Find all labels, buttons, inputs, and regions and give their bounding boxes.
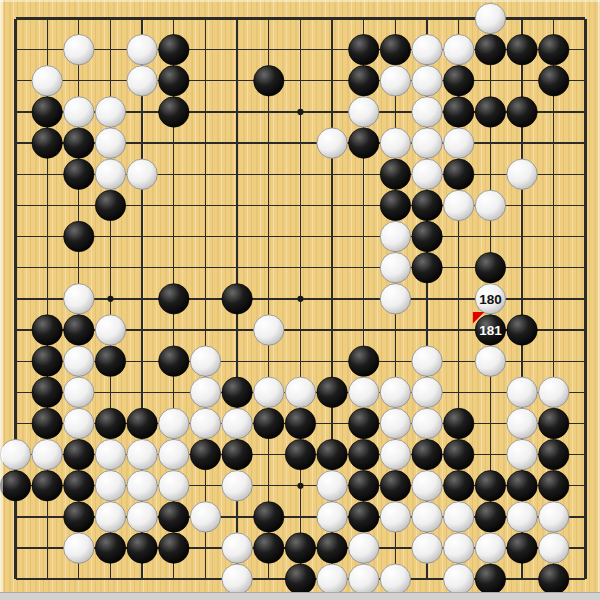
white-stone-7-12	[190, 346, 220, 376]
white-stone-14-13	[412, 377, 442, 407]
black-stone-17-11	[507, 315, 537, 345]
white-stone-17-15	[507, 439, 537, 469]
window-edge-top	[0, 0, 600, 2]
white-stone-16-7	[475, 190, 505, 220]
white-stone-17-14	[507, 408, 537, 438]
white-stone-14-6	[412, 159, 442, 189]
white-stone-4-15	[95, 439, 125, 469]
black-stone-9-17	[254, 502, 284, 532]
white-stone-7-17	[190, 502, 220, 532]
white-stone-4-6	[95, 159, 125, 189]
black-stone-12-16	[349, 471, 379, 501]
black-stone-6-3	[159, 66, 189, 96]
white-stone-17-6	[507, 159, 537, 189]
white-stone-5-15	[127, 439, 157, 469]
black-stone-16-4	[475, 97, 505, 127]
black-stone-16-17	[475, 502, 505, 532]
white-stone-6-15	[159, 439, 189, 469]
white-stone-4-16	[95, 471, 125, 501]
black-stone-15-6	[444, 159, 474, 189]
black-stone-8-15	[222, 439, 252, 469]
black-stone-11-15	[317, 439, 347, 469]
black-stone-11-13	[317, 377, 347, 407]
black-stone-18-3	[539, 66, 569, 96]
white-stone-15-5	[444, 128, 474, 158]
black-stone-16-16	[475, 471, 505, 501]
black-stone-12-15	[349, 439, 379, 469]
black-stone-9-3	[254, 66, 284, 96]
black-stone-2-4	[32, 97, 62, 127]
black-stone-17-2	[507, 34, 537, 64]
white-stone-13-19	[380, 564, 410, 594]
black-stone-2-14	[32, 408, 62, 438]
black-stone-15-16	[444, 471, 474, 501]
move-number-label-180: 180	[479, 292, 502, 307]
black-stone-6-4	[159, 97, 189, 127]
white-stone-14-12	[412, 346, 442, 376]
black-stone-17-18	[507, 533, 537, 563]
black-stone-12-14	[349, 408, 379, 438]
black-stone-18-14	[539, 408, 569, 438]
white-stone-5-6	[127, 159, 157, 189]
black-stone-3-8	[64, 221, 94, 251]
white-stone-11-19	[317, 564, 347, 594]
go-board[interactable]: 180181	[0, 0, 600, 600]
white-stone-9-13	[254, 377, 284, 407]
black-stone-4-18	[95, 533, 125, 563]
white-stone-13-5	[380, 128, 410, 158]
black-stone-4-7	[95, 190, 125, 220]
black-stone-18-2	[539, 34, 569, 64]
black-stone-6-17	[159, 502, 189, 532]
black-stone-15-4	[444, 97, 474, 127]
black-stone-13-6	[380, 159, 410, 189]
black-stone-18-16	[539, 471, 569, 501]
white-stone-3-18	[64, 533, 94, 563]
black-stone-15-15	[444, 439, 474, 469]
black-stone-2-11	[32, 315, 62, 345]
star-point	[297, 296, 303, 302]
black-stone-3-16	[64, 471, 94, 501]
black-stone-8-10	[222, 284, 252, 314]
black-stone-5-14	[127, 408, 157, 438]
black-stone-14-7	[412, 190, 442, 220]
white-stone-2-15	[32, 439, 62, 469]
black-stone-12-5	[349, 128, 379, 158]
white-stone-18-17	[539, 502, 569, 532]
black-stone-3-17	[64, 502, 94, 532]
black-stone-10-18	[285, 533, 315, 563]
white-stone-14-18	[412, 533, 442, 563]
black-stone-2-16	[32, 471, 62, 501]
white-stone-3-10	[64, 284, 94, 314]
black-stone-6-10	[159, 284, 189, 314]
star-point	[297, 109, 303, 115]
white-stone-13-13	[380, 377, 410, 407]
black-stone-16-9	[475, 253, 505, 283]
white-stone-7-13	[190, 377, 220, 407]
black-stone-17-4	[507, 97, 537, 127]
white-stone-14-2	[412, 34, 442, 64]
white-stone-3-2	[64, 34, 94, 64]
star-point	[107, 296, 113, 302]
black-stone-10-19	[285, 564, 315, 594]
white-stone-13-10	[380, 284, 410, 314]
black-stone-12-2	[349, 34, 379, 64]
black-stone-12-12	[349, 346, 379, 376]
white-stone-12-13	[349, 377, 379, 407]
black-stone-18-19	[539, 564, 569, 594]
black-stone-14-15	[412, 439, 442, 469]
white-stone-14-17	[412, 502, 442, 532]
black-stone-11-18	[317, 533, 347, 563]
black-stone-4-14	[95, 408, 125, 438]
white-stone-11-17	[317, 502, 347, 532]
black-stone-14-9	[412, 253, 442, 283]
white-stone-5-2	[127, 34, 157, 64]
black-stone-15-3	[444, 66, 474, 96]
black-stone-9-14	[254, 408, 284, 438]
black-stone-10-15	[285, 439, 315, 469]
white-stone-5-16	[127, 471, 157, 501]
white-stone-3-13	[64, 377, 94, 407]
white-stone-14-14	[412, 408, 442, 438]
white-stone-17-13	[507, 377, 537, 407]
white-stone-13-17	[380, 502, 410, 532]
white-stone-14-3	[412, 66, 442, 96]
go-board-canvas[interactable]: 180181	[0, 0, 600, 600]
white-stone-11-16	[317, 471, 347, 501]
white-stone-11-5	[317, 128, 347, 158]
white-stone-4-11	[95, 315, 125, 345]
white-stone-6-14	[159, 408, 189, 438]
white-stone-4-4	[95, 97, 125, 127]
window-bottom-bar	[0, 592, 600, 600]
white-stone-3-4	[64, 97, 94, 127]
black-stone-6-18	[159, 533, 189, 563]
black-stone-8-13	[222, 377, 252, 407]
black-stone-16-19	[475, 564, 505, 594]
white-stone-8-18	[222, 533, 252, 563]
white-stone-4-5	[95, 128, 125, 158]
white-stone-5-3	[127, 66, 157, 96]
black-stone-13-2	[380, 34, 410, 64]
black-stone-9-18	[254, 533, 284, 563]
black-stone-16-2	[475, 34, 505, 64]
white-stone-15-18	[444, 533, 474, 563]
window-edge-left	[0, 0, 3, 600]
black-stone-18-15	[539, 439, 569, 469]
move-number-label-181: 181	[479, 323, 502, 338]
white-stone-13-14	[380, 408, 410, 438]
black-stone-3-11	[64, 315, 94, 345]
white-stone-3-14	[64, 408, 94, 438]
white-stone-15-7	[444, 190, 474, 220]
go-app-window: 180181	[0, 0, 600, 600]
white-stone-13-9	[380, 253, 410, 283]
black-stone-3-6	[64, 159, 94, 189]
black-stone-13-7	[380, 190, 410, 220]
black-stone-5-18	[127, 533, 157, 563]
white-stone-7-14	[190, 408, 220, 438]
black-stone-3-15	[64, 439, 94, 469]
black-stone-1-16	[0, 471, 30, 501]
white-stone-14-4	[412, 97, 442, 127]
white-stone-15-17	[444, 502, 474, 532]
white-stone-6-16	[159, 471, 189, 501]
black-stone-14-8	[412, 221, 442, 251]
white-stone-18-18	[539, 533, 569, 563]
black-stone-2-5	[32, 128, 62, 158]
white-stone-15-19	[444, 564, 474, 594]
white-stone-12-4	[349, 97, 379, 127]
white-stone-2-3	[32, 66, 62, 96]
white-stone-5-17	[127, 502, 157, 532]
white-stone-8-14	[222, 408, 252, 438]
black-stone-17-16	[507, 471, 537, 501]
black-stone-10-14	[285, 408, 315, 438]
white-stone-16-12	[475, 346, 505, 376]
black-stone-4-12	[95, 346, 125, 376]
white-stone-9-11	[254, 315, 284, 345]
white-stone-14-16	[412, 471, 442, 501]
white-stone-13-3	[380, 66, 410, 96]
black-stone-7-15	[190, 439, 220, 469]
white-stone-14-5	[412, 128, 442, 158]
black-stone-12-17	[349, 502, 379, 532]
black-stone-13-16	[380, 471, 410, 501]
white-stone-13-8	[380, 221, 410, 251]
white-stone-8-19	[222, 564, 252, 594]
black-stone-12-3	[349, 66, 379, 96]
star-point	[297, 483, 303, 489]
black-stone-2-13	[32, 377, 62, 407]
white-stone-10-13	[285, 377, 315, 407]
white-stone-12-18	[349, 533, 379, 563]
black-stone-15-14	[444, 408, 474, 438]
white-stone-8-16	[222, 471, 252, 501]
white-stone-16-1	[475, 3, 505, 33]
white-stone-12-19	[349, 564, 379, 594]
white-stone-3-12	[64, 346, 94, 376]
white-stone-4-17	[95, 502, 125, 532]
black-stone-3-5	[64, 128, 94, 158]
white-stone-18-13	[539, 377, 569, 407]
white-stone-13-15	[380, 439, 410, 469]
white-stone-1-15	[0, 439, 30, 469]
white-stone-16-18	[475, 533, 505, 563]
white-stone-17-17	[507, 502, 537, 532]
white-stone-15-2	[444, 34, 474, 64]
black-stone-6-2	[159, 34, 189, 64]
black-stone-2-12	[32, 346, 62, 376]
black-stone-6-12	[159, 346, 189, 376]
